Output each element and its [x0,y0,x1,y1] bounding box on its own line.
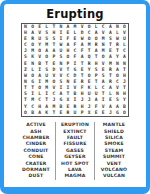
grid-cell: B [29,110,36,116]
grid-cell: G [114,110,121,116]
word-list-column-2: ERUPTIONEXTINCTFAULTFISSUREGASESGEYSERHO… [55,122,94,180]
grid-cell: U [71,110,78,116]
grid-cell: O [22,110,29,116]
grid-cell: T [50,110,57,116]
grid-cell: A [36,110,43,116]
puzzle-title: Erupting [4,7,146,21]
grid-cell: X [86,110,93,116]
word-list-item: ERUPTION [56,122,94,128]
word-list-column-3: MANTLESHIELDSILICASMOKESTEAMSUMMITVENTVO… [94,122,133,180]
word-list-item: MAGMA [56,173,94,179]
grid-cell: R [64,110,71,116]
grid-cell: K [43,110,50,116]
word-list-column-1: ACTIVEASHCHAMBERCINDERCONDUITCONECRATERD… [17,122,55,180]
word-list-item: DUST [17,173,55,179]
grid-cell: E [57,110,64,116]
grid-cell: O [121,110,128,116]
word-search-grid: NOELTNAMVOLCANOHAVSHIELDCAVALVERUSSIFEWO… [21,23,129,117]
grid-cell: E [93,110,100,116]
grid-cell: E [100,110,107,116]
grid-cell: P [79,110,86,116]
word-list-item: VULCAN [95,173,133,179]
word-list: ACTIVEASHCHAMBERCINDERCONDUITCONECRATERD… [4,122,146,180]
puzzle-page: Erupting NOELTNAMVOLCANOHAVSHIELDCAVALVE… [0,0,150,194]
grid-cell: J [107,110,114,116]
word-list-item: HOT SPOT [56,161,94,167]
